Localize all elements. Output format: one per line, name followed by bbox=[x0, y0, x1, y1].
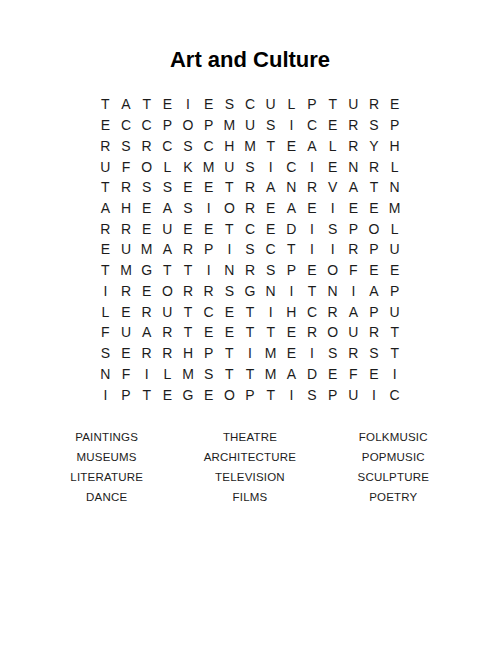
grid-cell[interactable]: U bbox=[384, 301, 405, 322]
grid-cell[interactable]: L bbox=[281, 94, 302, 115]
grid-cell[interactable]: E bbox=[198, 322, 219, 343]
grid-cell[interactable]: S bbox=[322, 343, 343, 364]
grid-cell[interactable]: N bbox=[95, 364, 116, 385]
grid-cell[interactable]: E bbox=[322, 364, 343, 385]
grid-cell[interactable]: I bbox=[178, 94, 199, 115]
grid-cell[interactable]: T bbox=[136, 94, 157, 115]
grid-cell[interactable]: F bbox=[95, 322, 116, 343]
grid-cell[interactable]: A bbox=[281, 198, 302, 219]
grid-cell[interactable]: V bbox=[322, 177, 343, 198]
grid-cell[interactable]: H bbox=[219, 135, 240, 156]
word-item: ARCHITECTURE bbox=[178, 447, 321, 467]
grid-cell[interactable]: I bbox=[302, 239, 323, 260]
grid-cell[interactable]: L bbox=[157, 364, 178, 385]
grid-cell[interactable]: C bbox=[281, 156, 302, 177]
grid-cell[interactable]: O bbox=[364, 218, 385, 239]
word-item: TELEVISION bbox=[178, 467, 321, 487]
grid-cell[interactable]: P bbox=[302, 94, 323, 115]
grid-cell[interactable]: U bbox=[157, 218, 178, 239]
grid-cell[interactable]: S bbox=[302, 384, 323, 405]
grid-cell[interactable]: C bbox=[384, 384, 405, 405]
grid-cell[interactable]: H bbox=[384, 135, 405, 156]
grid-cell[interactable]: U bbox=[157, 301, 178, 322]
grid-cell[interactable]: C bbox=[198, 301, 219, 322]
grid-cell[interactable]: E bbox=[136, 198, 157, 219]
grid-cell[interactable]: M bbox=[116, 260, 137, 281]
grid-cell[interactable]: C bbox=[136, 115, 157, 136]
grid-cell[interactable]: T bbox=[322, 94, 343, 115]
grid-cell[interactable]: T bbox=[95, 260, 116, 281]
grid-cell[interactable]: T bbox=[240, 322, 261, 343]
grid-cell[interactable]: T bbox=[260, 135, 281, 156]
grid-cell[interactable]: S bbox=[240, 156, 261, 177]
grid-cell[interactable]: C bbox=[240, 94, 261, 115]
grid-cell[interactable]: O bbox=[322, 260, 343, 281]
grid-cell[interactable]: E bbox=[219, 322, 240, 343]
grid-cell[interactable]: T bbox=[260, 384, 281, 405]
grid-cell[interactable]: F bbox=[343, 260, 364, 281]
grid-cell[interactable]: S bbox=[240, 239, 261, 260]
grid-cell[interactable]: E bbox=[384, 94, 405, 115]
grid-cell[interactable]: U bbox=[219, 156, 240, 177]
grid-cell[interactable]: T bbox=[260, 322, 281, 343]
grid-cell[interactable]: T bbox=[219, 343, 240, 364]
grid-cell[interactable]: P bbox=[198, 115, 219, 136]
grid-cell[interactable]: M bbox=[178, 364, 199, 385]
grid-cell[interactable]: R bbox=[136, 343, 157, 364]
grid-cell[interactable]: M bbox=[260, 343, 281, 364]
grid-cell[interactable]: P bbox=[343, 218, 364, 239]
grid-cell[interactable]: S bbox=[198, 364, 219, 385]
grid-cell[interactable]: H bbox=[281, 301, 302, 322]
grid-cell[interactable]: I bbox=[240, 343, 261, 364]
grid-cell[interactable]: U bbox=[343, 384, 364, 405]
word-item: FOLKMUSIC bbox=[322, 427, 465, 447]
grid-cell[interactable]: T bbox=[302, 281, 323, 302]
grid-cell[interactable]: E bbox=[302, 198, 323, 219]
grid-cell[interactable]: A bbox=[364, 281, 385, 302]
grid-cell[interactable]: P bbox=[198, 239, 219, 260]
grid-cell[interactable]: U bbox=[95, 156, 116, 177]
grid-cell[interactable]: E bbox=[157, 94, 178, 115]
grid-cell[interactable]: T bbox=[219, 218, 240, 239]
grid-cell[interactable]: R bbox=[240, 177, 261, 198]
grid-cell[interactable]: G bbox=[240, 281, 261, 302]
grid-cell[interactable]: M bbox=[384, 198, 405, 219]
grid-cell[interactable]: N bbox=[322, 281, 343, 302]
grid-cell[interactable]: S bbox=[178, 198, 199, 219]
grid-cell[interactable]: P bbox=[198, 343, 219, 364]
grid-cell[interactable]: P bbox=[157, 115, 178, 136]
word-item: THEATRE bbox=[178, 427, 321, 447]
grid-cell[interactable]: R bbox=[116, 177, 137, 198]
grid-cell[interactable]: A bbox=[281, 364, 302, 385]
grid-cell[interactable]: K bbox=[178, 156, 199, 177]
grid-cell[interactable]: I bbox=[260, 156, 281, 177]
grid-cell[interactable]: I bbox=[302, 156, 323, 177]
grid-cell[interactable]: E bbox=[260, 218, 281, 239]
puzzle-page: Art and Culture TATEIESCULPTUREECCPOPMUS… bbox=[0, 0, 500, 647]
grid-cell[interactable]: D bbox=[302, 364, 323, 385]
grid-cell[interactable]: H bbox=[178, 343, 199, 364]
grid-cell[interactable]: I bbox=[302, 343, 323, 364]
grid-cell[interactable]: I bbox=[364, 384, 385, 405]
grid-cell[interactable]: T bbox=[157, 260, 178, 281]
grid-cell[interactable]: H bbox=[116, 198, 137, 219]
grid-cell[interactable]: R bbox=[343, 239, 364, 260]
word-item: FILMS bbox=[178, 487, 321, 507]
grid-cell[interactable]: E bbox=[364, 364, 385, 385]
grid-cell[interactable]: R bbox=[136, 135, 157, 156]
grid-cell[interactable]: E bbox=[136, 218, 157, 239]
grid-cell[interactable]: U bbox=[116, 322, 137, 343]
grid-cell[interactable]: T bbox=[281, 239, 302, 260]
grid-cell[interactable]: N bbox=[281, 177, 302, 198]
word-item: POETRY bbox=[322, 487, 465, 507]
grid-cell[interactable]: N bbox=[260, 281, 281, 302]
grid-cell[interactable]: L bbox=[157, 156, 178, 177]
grid-cell[interactable]: T bbox=[178, 260, 199, 281]
grid-cell[interactable]: R bbox=[322, 301, 343, 322]
grid-cell[interactable]: L bbox=[95, 301, 116, 322]
grid-cell[interactable]: R bbox=[364, 156, 385, 177]
grid-cell[interactable]: I bbox=[198, 198, 219, 219]
word-item: LITERATURE bbox=[35, 467, 178, 487]
grid-cell[interactable]: C bbox=[157, 135, 178, 156]
grid-cell[interactable]: I bbox=[281, 115, 302, 136]
grid-cell[interactable]: R bbox=[364, 94, 385, 115]
grid-cell[interactable]: S bbox=[116, 135, 137, 156]
grid-cell[interactable]: P bbox=[322, 384, 343, 405]
grid-cell[interactable]: E bbox=[198, 218, 219, 239]
grid-cell[interactable]: P bbox=[281, 260, 302, 281]
grid-cell[interactable]: P bbox=[384, 281, 405, 302]
grid-cell[interactable]: I bbox=[260, 301, 281, 322]
word-list-column-2: THEATREARCHITECTURETELEVISIONFILMS bbox=[178, 427, 321, 507]
word-item: PAINTINGS bbox=[35, 427, 178, 447]
grid-cell[interactable]: E bbox=[198, 94, 219, 115]
grid-cell[interactable]: T bbox=[384, 343, 405, 364]
grid-cell[interactable]: O bbox=[219, 198, 240, 219]
word-list: PAINTINGSMUSEUMSLITERATUREDANCETHEATREAR… bbox=[35, 427, 465, 507]
grid-cell[interactable]: R bbox=[240, 260, 261, 281]
grid-cell[interactable]: C bbox=[116, 115, 137, 136]
grid-cell[interactable]: M bbox=[260, 364, 281, 385]
grid-cell[interactable]: T bbox=[364, 177, 385, 198]
grid-cell[interactable]: S bbox=[157, 177, 178, 198]
grid-cell[interactable]: E bbox=[95, 115, 116, 136]
grid-cell[interactable]: E bbox=[157, 384, 178, 405]
grid-cell[interactable]: R bbox=[116, 218, 137, 239]
grid-cell[interactable]: R bbox=[302, 322, 323, 343]
grid-cell[interactable]: E bbox=[364, 198, 385, 219]
grid-cell[interactable]: U bbox=[343, 94, 364, 115]
grid-cell[interactable]: E bbox=[364, 260, 385, 281]
grid-cell[interactable]: Y bbox=[364, 135, 385, 156]
grid-cell[interactable]: E bbox=[136, 281, 157, 302]
grid-cell[interactable]: S bbox=[219, 281, 240, 302]
grid-cell[interactable]: A bbox=[136, 322, 157, 343]
grid-cell[interactable]: R bbox=[95, 135, 116, 156]
grid-cell[interactable]: R bbox=[343, 343, 364, 364]
grid-cell[interactable]: E bbox=[343, 198, 364, 219]
grid-cell[interactable]: E bbox=[302, 260, 323, 281]
grid-cell[interactable]: E bbox=[281, 343, 302, 364]
grid-cell[interactable]: A bbox=[302, 135, 323, 156]
grid-cell[interactable]: R bbox=[302, 177, 323, 198]
grid-cell[interactable]: E bbox=[198, 384, 219, 405]
word-item: POPMUSIC bbox=[322, 447, 465, 467]
grid-cell[interactable]: R bbox=[157, 322, 178, 343]
grid-cell[interactable]: S bbox=[260, 260, 281, 281]
grid-cell[interactable]: A bbox=[116, 94, 137, 115]
grid-cell[interactable]: A bbox=[157, 239, 178, 260]
grid-cell[interactable]: M bbox=[219, 115, 240, 136]
grid-cell[interactable]: T bbox=[384, 322, 405, 343]
grid-cell[interactable]: I bbox=[95, 281, 116, 302]
grid-cell[interactable]: I bbox=[343, 281, 364, 302]
grid-cell[interactable]: E bbox=[95, 239, 116, 260]
grid-cell[interactable]: G bbox=[178, 384, 199, 405]
grid-cell[interactable]: I bbox=[219, 239, 240, 260]
grid-cell[interactable]: I bbox=[322, 198, 343, 219]
grid-cell[interactable]: A bbox=[343, 177, 364, 198]
grid-cell[interactable]: T bbox=[219, 177, 240, 198]
grid-cell[interactable]: E bbox=[384, 260, 405, 281]
grid-cell[interactable]: S bbox=[364, 115, 385, 136]
grid-cell[interactable]: E bbox=[178, 218, 199, 239]
word-search-grid: TATEIESCULPTUREECCPOPMUSICERSPRSRCSCHMTE… bbox=[95, 94, 405, 405]
grid-cell[interactable]: A bbox=[343, 301, 364, 322]
grid-cell[interactable]: S bbox=[364, 343, 385, 364]
grid-cell[interactable]: O bbox=[178, 115, 199, 136]
grid-cell[interactable]: U bbox=[384, 239, 405, 260]
puzzle-title: Art and Culture bbox=[0, 47, 500, 73]
grid-cell[interactable]: E bbox=[116, 301, 137, 322]
grid-cell[interactable]: A bbox=[260, 177, 281, 198]
grid-cell[interactable]: O bbox=[157, 281, 178, 302]
grid-cell[interactable]: T bbox=[136, 384, 157, 405]
grid-cell[interactable]: P bbox=[364, 301, 385, 322]
grid-cell[interactable]: T bbox=[240, 364, 261, 385]
grid-cell[interactable]: P bbox=[116, 384, 137, 405]
grid-cell[interactable]: T bbox=[95, 94, 116, 115]
grid-cell[interactable]: A bbox=[157, 198, 178, 219]
grid-cell[interactable]: U bbox=[240, 115, 261, 136]
grid-cell[interactable]: R bbox=[343, 115, 364, 136]
grid-cell[interactable]: T bbox=[178, 322, 199, 343]
grid-cell[interactable]: E bbox=[322, 156, 343, 177]
grid-cell[interactable]: S bbox=[95, 343, 116, 364]
grid-cell[interactable]: O bbox=[322, 322, 343, 343]
grid-cell[interactable]: C bbox=[302, 301, 323, 322]
grid-cell[interactable]: E bbox=[260, 198, 281, 219]
grid-cell[interactable]: R bbox=[364, 322, 385, 343]
grid-cell[interactable]: R bbox=[178, 281, 199, 302]
grid-cell[interactable]: R bbox=[95, 218, 116, 239]
grid-cell[interactable]: C bbox=[302, 115, 323, 136]
grid-cell[interactable]: E bbox=[322, 115, 343, 136]
grid-cell[interactable]: S bbox=[178, 135, 199, 156]
word-item: MUSEUMS bbox=[35, 447, 178, 467]
grid-cell[interactable]: P bbox=[384, 115, 405, 136]
grid-cell[interactable]: I bbox=[322, 239, 343, 260]
grid-cell[interactable]: R bbox=[136, 301, 157, 322]
grid-cell[interactable]: I bbox=[281, 384, 302, 405]
grid-cell[interactable]: U bbox=[260, 94, 281, 115]
grid-cell[interactable]: M bbox=[240, 135, 261, 156]
grid-cell[interactable]: T bbox=[178, 301, 199, 322]
grid-cell[interactable]: L bbox=[384, 156, 405, 177]
grid-cell[interactable]: R bbox=[343, 135, 364, 156]
grid-cell[interactable]: I bbox=[95, 384, 116, 405]
grid-cell[interactable]: E bbox=[116, 343, 137, 364]
grid-cell[interactable]: S bbox=[322, 218, 343, 239]
grid-cell[interactable]: I bbox=[281, 281, 302, 302]
word-list-column-3: FOLKMUSICPOPMUSICSCULPTUREPOETRY bbox=[322, 427, 465, 507]
grid-cell[interactable]: T bbox=[219, 364, 240, 385]
grid-cell[interactable]: P bbox=[364, 239, 385, 260]
grid-cell[interactable]: F bbox=[343, 364, 364, 385]
grid-cell[interactable]: M bbox=[136, 239, 157, 260]
grid-cell[interactable]: D bbox=[281, 218, 302, 239]
grid-cell[interactable]: L bbox=[322, 135, 343, 156]
grid-cell[interactable]: E bbox=[198, 177, 219, 198]
grid-cell[interactable]: I bbox=[198, 260, 219, 281]
grid-cell[interactable]: N bbox=[384, 177, 405, 198]
grid-cell[interactable]: I bbox=[302, 218, 323, 239]
grid-cell[interactable]: A bbox=[95, 198, 116, 219]
grid-cell[interactable]: N bbox=[219, 260, 240, 281]
grid-cell[interactable]: U bbox=[116, 239, 137, 260]
grid-cell[interactable]: L bbox=[384, 218, 405, 239]
grid-cell[interactable]: E bbox=[219, 301, 240, 322]
grid-cell[interactable]: C bbox=[260, 239, 281, 260]
grid-cell[interactable]: R bbox=[157, 343, 178, 364]
grid-cell[interactable]: F bbox=[116, 156, 137, 177]
grid-cell[interactable]: O bbox=[219, 384, 240, 405]
grid-cell[interactable]: T bbox=[95, 177, 116, 198]
word-item: SCULPTURE bbox=[322, 467, 465, 487]
grid-cell[interactable]: E bbox=[178, 177, 199, 198]
grid-cell[interactable]: S bbox=[219, 94, 240, 115]
word-list-column-1: PAINTINGSMUSEUMSLITERATUREDANCE bbox=[35, 427, 178, 507]
grid-cell[interactable]: G bbox=[136, 260, 157, 281]
grid-cell[interactable]: P bbox=[240, 384, 261, 405]
word-item: DANCE bbox=[35, 487, 178, 507]
grid-cell[interactable]: R bbox=[240, 198, 261, 219]
grid-cell[interactable]: R bbox=[116, 281, 137, 302]
grid-cell[interactable]: O bbox=[136, 156, 157, 177]
grid-cell[interactable]: I bbox=[136, 364, 157, 385]
grid-cell[interactable]: C bbox=[240, 218, 261, 239]
grid-cell[interactable]: U bbox=[343, 322, 364, 343]
grid-cell[interactable]: S bbox=[136, 177, 157, 198]
grid-cell[interactable]: F bbox=[116, 364, 137, 385]
grid-cell[interactable]: C bbox=[198, 135, 219, 156]
grid-cell[interactable]: E bbox=[281, 135, 302, 156]
grid-cell[interactable]: R bbox=[198, 281, 219, 302]
grid-cell[interactable]: S bbox=[260, 115, 281, 136]
grid-cell[interactable]: T bbox=[240, 301, 261, 322]
grid-cell[interactable]: N bbox=[343, 156, 364, 177]
grid-cell[interactable]: E bbox=[281, 322, 302, 343]
grid-cell[interactable]: I bbox=[384, 364, 405, 385]
grid-cell[interactable]: R bbox=[178, 239, 199, 260]
grid-cell[interactable]: M bbox=[198, 156, 219, 177]
